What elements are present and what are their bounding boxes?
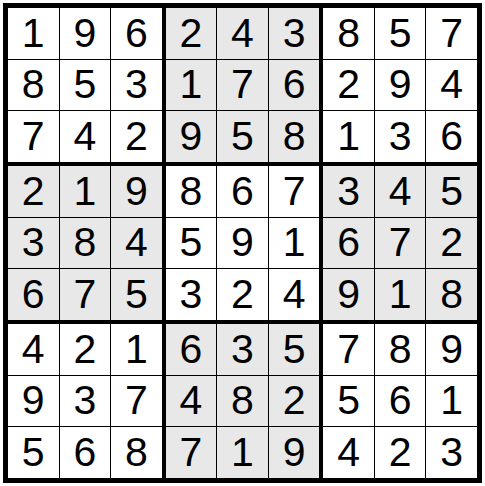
cell-r9c6: 9 xyxy=(269,427,320,478)
cell-r2c1: 8 xyxy=(8,60,59,111)
cell-r1c9: 7 xyxy=(426,8,477,59)
cell-r9c4: 7 xyxy=(166,427,217,478)
cell-r2c8: 9 xyxy=(375,60,426,111)
cell-r4c3: 9 xyxy=(111,166,162,217)
cell-r7c6: 5 xyxy=(269,324,320,375)
cell-r6c9: 8 xyxy=(426,269,477,320)
cell-r6c4: 3 xyxy=(166,269,217,320)
cell-r6c5: 2 xyxy=(217,269,268,320)
cell-r7c4: 6 xyxy=(166,324,217,375)
cell-r2c6: 6 xyxy=(269,60,320,111)
box-r1c2: 243176958 xyxy=(166,8,320,162)
cell-r1c8: 5 xyxy=(375,8,426,59)
cell-r2c4: 1 xyxy=(166,60,217,111)
cell-r8c5: 8 xyxy=(217,376,268,427)
sudoku-board: 1968537422431769588572941362193846758675… xyxy=(3,3,482,483)
box-r3c2: 635482719 xyxy=(166,324,320,478)
cell-r5c5: 9 xyxy=(217,218,268,269)
cell-r4c8: 4 xyxy=(375,166,426,217)
cell-r9c7: 4 xyxy=(323,427,374,478)
cell-r6c6: 4 xyxy=(269,269,320,320)
cell-r5c7: 6 xyxy=(323,218,374,269)
cell-r3c3: 2 xyxy=(111,111,162,162)
cell-r9c8: 2 xyxy=(375,427,426,478)
cell-r4c1: 2 xyxy=(8,166,59,217)
cell-r4c6: 7 xyxy=(269,166,320,217)
cell-r9c1: 5 xyxy=(8,427,59,478)
box-r3c3: 789561423 xyxy=(323,324,477,478)
cell-r1c1: 1 xyxy=(8,8,59,59)
box-r2c1: 219384675 xyxy=(8,166,162,320)
cell-r7c9: 9 xyxy=(426,324,477,375)
cell-r8c3: 7 xyxy=(111,376,162,427)
cell-r4c2: 1 xyxy=(60,166,111,217)
cell-r9c3: 8 xyxy=(111,427,162,478)
cell-r7c2: 2 xyxy=(60,324,111,375)
cell-r8c8: 6 xyxy=(375,376,426,427)
cell-r1c7: 8 xyxy=(323,8,374,59)
cell-r2c5: 7 xyxy=(217,60,268,111)
cell-r1c5: 4 xyxy=(217,8,268,59)
cell-r4c5: 6 xyxy=(217,166,268,217)
cell-r3c6: 8 xyxy=(269,111,320,162)
cell-r5c2: 8 xyxy=(60,218,111,269)
cell-r3c1: 7 xyxy=(8,111,59,162)
cell-r7c1: 4 xyxy=(8,324,59,375)
cell-r8c4: 4 xyxy=(166,376,217,427)
cell-r5c8: 7 xyxy=(375,218,426,269)
cell-r9c5: 1 xyxy=(217,427,268,478)
box-r1c1: 196853742 xyxy=(8,8,162,162)
cell-r7c7: 7 xyxy=(323,324,374,375)
box-r2c2: 867591324 xyxy=(166,166,320,320)
cell-r6c8: 1 xyxy=(375,269,426,320)
cell-r1c3: 6 xyxy=(111,8,162,59)
cell-r3c7: 1 xyxy=(323,111,374,162)
cell-r1c2: 9 xyxy=(60,8,111,59)
cell-r8c2: 3 xyxy=(60,376,111,427)
cell-r9c2: 6 xyxy=(60,427,111,478)
cell-r4c7: 3 xyxy=(323,166,374,217)
cell-r4c9: 5 xyxy=(426,166,477,217)
cell-r6c7: 9 xyxy=(323,269,374,320)
cell-r3c5: 5 xyxy=(217,111,268,162)
cell-r3c4: 9 xyxy=(166,111,217,162)
cell-r5c9: 2 xyxy=(426,218,477,269)
cell-r8c7: 5 xyxy=(323,376,374,427)
cell-r7c3: 1 xyxy=(111,324,162,375)
cell-r5c1: 3 xyxy=(8,218,59,269)
box-r2c3: 345672918 xyxy=(323,166,477,320)
cell-r1c4: 2 xyxy=(166,8,217,59)
cell-r5c6: 1 xyxy=(269,218,320,269)
cell-r2c7: 2 xyxy=(323,60,374,111)
page: 1968537422431769588572941362193846758675… xyxy=(0,0,485,486)
cell-r3c9: 6 xyxy=(426,111,477,162)
cell-r2c9: 4 xyxy=(426,60,477,111)
cell-r2c3: 3 xyxy=(111,60,162,111)
cell-r5c3: 4 xyxy=(111,218,162,269)
cell-r8c6: 2 xyxy=(269,376,320,427)
cell-r9c9: 3 xyxy=(426,427,477,478)
cell-r5c4: 5 xyxy=(166,218,217,269)
cell-r3c8: 3 xyxy=(375,111,426,162)
cell-r8c9: 1 xyxy=(426,376,477,427)
cell-r4c4: 8 xyxy=(166,166,217,217)
cell-r7c8: 8 xyxy=(375,324,426,375)
cell-r3c2: 4 xyxy=(60,111,111,162)
cell-r1c6: 3 xyxy=(269,8,320,59)
cell-r2c2: 5 xyxy=(60,60,111,111)
box-r1c3: 857294136 xyxy=(323,8,477,162)
box-r3c1: 421937568 xyxy=(8,324,162,478)
cell-r6c1: 6 xyxy=(8,269,59,320)
cell-r7c5: 3 xyxy=(217,324,268,375)
cell-r6c3: 5 xyxy=(111,269,162,320)
cell-r8c1: 9 xyxy=(8,376,59,427)
cell-r6c2: 7 xyxy=(60,269,111,320)
